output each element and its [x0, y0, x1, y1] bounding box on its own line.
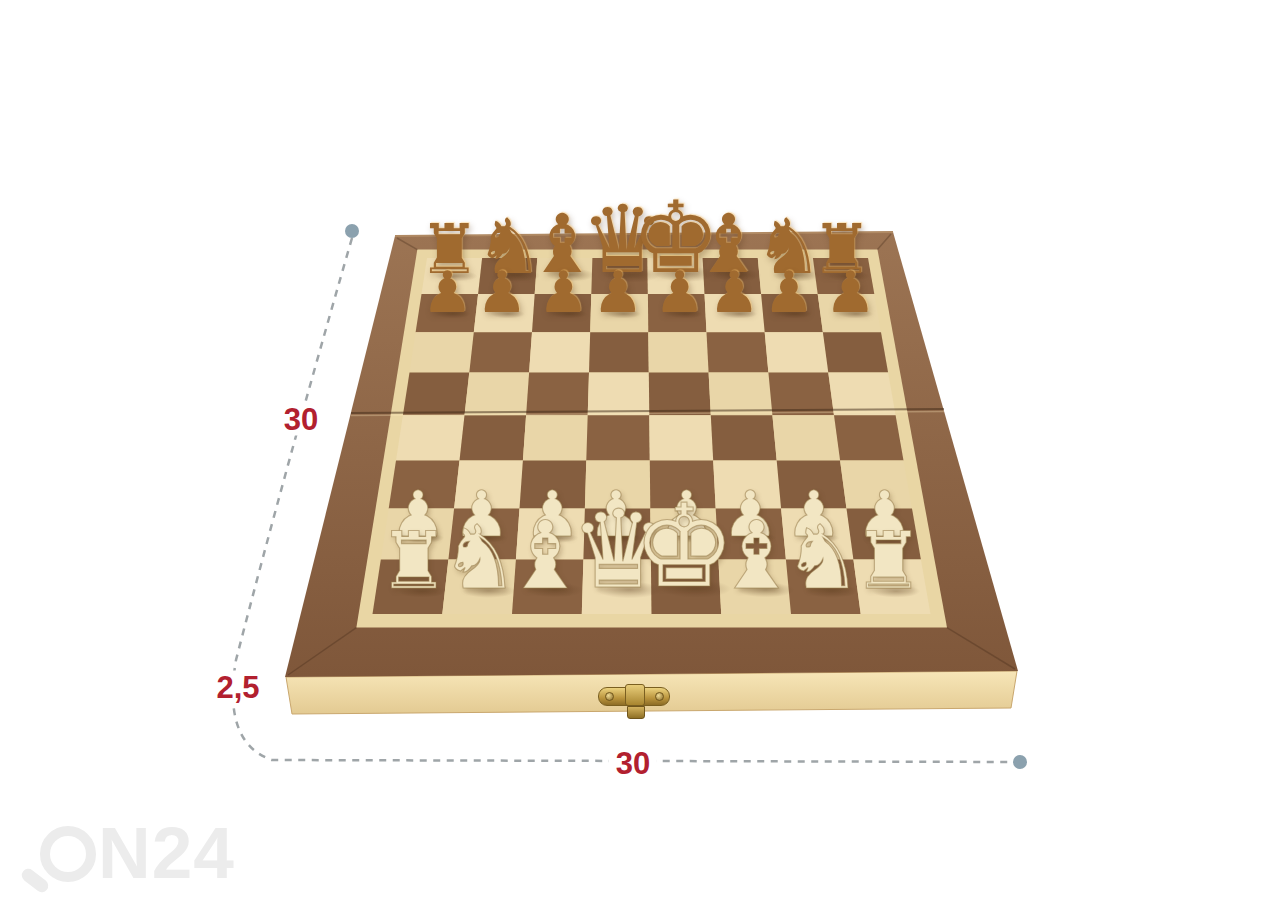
- dimension-dot-right: [1013, 755, 1027, 769]
- dimension-line: [233, 238, 1016, 762]
- dim-width-label: 30: [609, 747, 657, 780]
- dimension-dot-top: [345, 224, 359, 238]
- product-photo: ♜♞♝♛♚♝♞♜♟♟♟♟♟♟♟♟♟♟♟♟♟♟♟♟♜♞♝♛♚♝♞♜ 30 2,5 …: [0, 0, 1280, 916]
- dim-thickness-label: 2,5: [209, 671, 266, 704]
- dim-height-label: 30: [277, 403, 325, 436]
